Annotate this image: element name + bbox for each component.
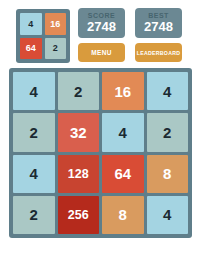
tile-64: 64 [20,38,42,60]
tile-128: 128 [58,155,100,193]
tile-4: 4 [13,155,55,193]
tile-2: 2 [13,196,55,234]
score-value: 2748 [87,20,116,34]
tile-4: 4 [20,13,42,35]
tile-4: 4 [102,113,144,151]
tile-16: 16 [102,72,144,110]
tile-2: 2 [147,113,189,151]
score-box: SCORE 2748 [78,8,125,38]
tile-64: 64 [102,155,144,193]
tile-2: 2 [58,72,100,110]
best-box: BEST 2748 [135,8,182,38]
menu-button[interactable]: MENU [78,43,125,62]
tile-8: 8 [102,196,144,234]
leaderboard-button[interactable]: LEADERBOARD [135,43,182,62]
tile-16: 16 [45,13,67,35]
game-board[interactable]: 42164232424128648225684 [9,68,192,238]
tile-2: 2 [13,113,55,151]
best-value: 2748 [144,20,173,34]
tile-4: 4 [147,196,189,234]
tile-2: 2 [45,38,67,60]
tile-256: 256 [58,196,100,234]
tile-8: 8 [147,155,189,193]
tile-32: 32 [58,113,100,151]
logo-mini-board: 416642 [16,9,70,63]
game-screen: 416642 SCORE 2748 BEST 2748 MENU LEADERB… [0,0,200,266]
tile-4: 4 [13,72,55,110]
tile-4: 4 [147,72,189,110]
